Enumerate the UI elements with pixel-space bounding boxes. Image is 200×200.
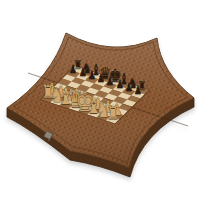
chess-set-product-photo: ♜♞♝♛♚♝♞♜♟♟♟♟♟♟♟♟♟♟♟♟♟♟♟♟♜♞♝♛♚♝♞♜ bbox=[0, 0, 200, 200]
